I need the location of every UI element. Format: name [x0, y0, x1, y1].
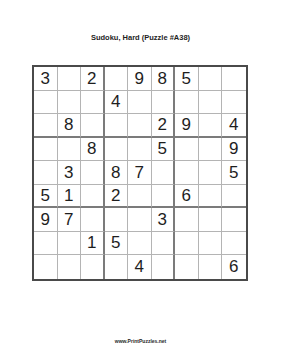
sudoku-cell-r6c4: 2: [105, 185, 129, 209]
sudoku-cell-r7c7: [175, 208, 199, 232]
sudoku-cell-r1c2: [58, 67, 82, 91]
page: Sudoku, Hard (Puzzle #A38) 3298548294859…: [0, 0, 281, 363]
sudoku-cell-r6c8: [199, 185, 223, 209]
sudoku-cell-r4c8: [199, 138, 223, 162]
puzzle-title: Sudoku, Hard (Puzzle #A38): [0, 33, 281, 42]
sudoku-cell-r6c2: 1: [58, 185, 82, 209]
sudoku-cell-r7c9: [222, 208, 246, 232]
sudoku-cell-r9c3: [81, 255, 105, 279]
sudoku-cell-r6c6: [152, 185, 176, 209]
sudoku-cell-r4c6: 5: [152, 138, 176, 162]
sudoku-cell-r9c2: [58, 255, 82, 279]
sudoku-cell-r2c2: [58, 91, 82, 115]
sudoku-cell-r2c7: [175, 91, 199, 115]
sudoku-cell-r6c5: [128, 185, 152, 209]
sudoku-cell-r6c3: [81, 185, 105, 209]
sudoku-cell-r3c4: [105, 114, 129, 138]
sudoku-cell-r5c1: [34, 161, 58, 185]
sudoku-cell-r1c9: [222, 67, 246, 91]
sudoku-cell-r3c6: 2: [152, 114, 176, 138]
sudoku-cell-r2c4: 4: [105, 91, 129, 115]
sudoku-cell-r9c5: 4: [128, 255, 152, 279]
sudoku-cell-r9c4: [105, 255, 129, 279]
sudoku-cell-r4c1: [34, 138, 58, 162]
sudoku-cell-r3c5: [128, 114, 152, 138]
sudoku-cell-r8c9: [222, 232, 246, 256]
sudoku-cell-r4c4: [105, 138, 129, 162]
sudoku-cell-r8c3: 1: [81, 232, 105, 256]
sudoku-cell-r2c3: [81, 91, 105, 115]
sudoku-cell-r7c8: [199, 208, 223, 232]
sudoku-cell-r4c2: [58, 138, 82, 162]
sudoku-cell-r8c2: [58, 232, 82, 256]
sudoku-cell-r5c6: [152, 161, 176, 185]
sudoku-cell-r1c1: 3: [34, 67, 58, 91]
sudoku-cell-r5c4: 8: [105, 161, 129, 185]
sudoku-cell-r5c5: 7: [128, 161, 152, 185]
sudoku-cell-r5c7: [175, 161, 199, 185]
sudoku-cell-r6c1: 5: [34, 185, 58, 209]
sudoku-cell-r1c6: 8: [152, 67, 176, 91]
sudoku-cell-r7c1: 9: [34, 208, 58, 232]
sudoku-cell-r5c2: 3: [58, 161, 82, 185]
sudoku-cell-r3c1: [34, 114, 58, 138]
sudoku-cell-r4c9: 9: [222, 138, 246, 162]
sudoku-cell-r2c1: [34, 91, 58, 115]
sudoku-cell-r4c7: [175, 138, 199, 162]
sudoku-cell-r9c7: [175, 255, 199, 279]
sudoku-cell-r3c9: 4: [222, 114, 246, 138]
sudoku-cell-r1c5: 9: [128, 67, 152, 91]
sudoku-cell-r6c9: [222, 185, 246, 209]
footer-url: www.PrintPuzzles.net: [0, 338, 281, 345]
sudoku-cell-r9c8: [199, 255, 223, 279]
sudoku-cell-r7c2: 7: [58, 208, 82, 232]
sudoku-cell-r1c3: 2: [81, 67, 105, 91]
sudoku-board: 3298548294859387551269731546: [32, 65, 248, 281]
sudoku-cell-r7c5: [128, 208, 152, 232]
sudoku-cell-r6c7: 6: [175, 185, 199, 209]
sudoku-cell-r2c6: [152, 91, 176, 115]
sudoku-cell-r3c2: 8: [58, 114, 82, 138]
sudoku-cell-r8c8: [199, 232, 223, 256]
sudoku-cell-r4c3: 8: [81, 138, 105, 162]
sudoku-cell-r9c9: 6: [222, 255, 246, 279]
sudoku-cell-r7c6: 3: [152, 208, 176, 232]
sudoku-cell-r8c5: [128, 232, 152, 256]
sudoku-cell-r9c6: [152, 255, 176, 279]
sudoku-cell-r8c6: [152, 232, 176, 256]
sudoku-cell-r8c4: 5: [105, 232, 129, 256]
sudoku-cell-r1c7: 5: [175, 67, 199, 91]
sudoku-cell-r5c3: [81, 161, 105, 185]
sudoku-cell-r8c1: [34, 232, 58, 256]
sudoku-cell-r7c3: [81, 208, 105, 232]
sudoku-cell-r1c4: [105, 67, 129, 91]
sudoku-cell-r3c8: [199, 114, 223, 138]
sudoku-cell-r2c9: [222, 91, 246, 115]
sudoku-cell-r5c8: [199, 161, 223, 185]
sudoku-cell-r2c5: [128, 91, 152, 115]
sudoku-cell-r8c7: [175, 232, 199, 256]
sudoku-cell-r7c4: [105, 208, 129, 232]
sudoku-cell-r3c3: [81, 114, 105, 138]
sudoku-cell-r3c7: 9: [175, 114, 199, 138]
sudoku-cell-r2c8: [199, 91, 223, 115]
sudoku-cell-r9c1: [34, 255, 58, 279]
sudoku-cell-r5c9: 5: [222, 161, 246, 185]
sudoku-cell-r4c5: [128, 138, 152, 162]
sudoku-cell-r1c8: [199, 67, 223, 91]
